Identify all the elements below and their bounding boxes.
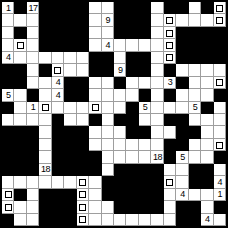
grid-cell-r3c13[interactable] [164,39,176,51]
grid-cell-r16c5[interactable] [64,201,76,213]
grid-cell-r7c6[interactable] [77,89,89,101]
grid-cell-r2c14[interactable] [176,27,188,39]
grid-cell-r4c12[interactable] [151,52,163,64]
grid-cell-r2c15[interactable] [189,27,201,39]
grid-cell-r1c0[interactable] [2,14,14,26]
grid-cell-r16c15[interactable] [189,201,201,213]
grid-cell-r2c10[interactable] [126,27,138,39]
grid-cell-r6c12[interactable] [151,77,163,89]
grid-cell-r5c14[interactable] [176,64,188,76]
grid-cell-r3c11[interactable] [139,39,151,51]
grid-cell-r13c12[interactable] [151,164,163,176]
grid-cell-r17c16[interactable]: 4 [201,214,213,226]
grid-cell-r13c6[interactable] [77,164,89,176]
grid-cell-r4c9[interactable] [114,52,126,64]
grid-cell-r8c8[interactable] [102,102,114,114]
grid-cell-r3c7[interactable] [89,39,101,51]
grid-cell-r12c13[interactable] [164,151,176,163]
grid-cell-r10c11[interactable] [139,126,151,138]
grid-cell-r16c14[interactable] [176,201,188,213]
grid-cell-r6c1[interactable] [14,77,26,89]
grid-cell-r1c12[interactable] [151,14,163,26]
grid-cell-r3c8[interactable]: 4 [102,39,114,51]
grid-cell-r17c10[interactable] [126,214,138,226]
grid-cell-r6c10[interactable] [126,77,138,89]
grid-cell-r17c1[interactable] [14,214,26,226]
grid-cell-r10c4[interactable] [52,126,64,138]
grid-cell-r12c8[interactable] [102,151,114,163]
grid-cell-r5c12[interactable] [151,64,163,76]
grid-cell-r0c1[interactable] [14,2,26,14]
grid-cell-r7c0[interactable]: 5 [2,89,14,101]
grid-cell-r4c11[interactable] [139,52,151,64]
grid-cell-r0c11[interactable] [139,2,151,14]
grid-cell-r13c9[interactable] [114,164,126,176]
grid-cell-r5c17[interactable] [214,64,226,76]
grid-cell-r5c9[interactable]: 9 [114,64,126,76]
grid-cell-r14c4[interactable] [52,176,64,188]
grid-cell-r7c1[interactable] [14,89,26,101]
grid-cell-r6c8[interactable] [102,77,114,89]
grid-cell-r11c8[interactable] [102,139,114,151]
grid-cell-r11c10[interactable] [126,139,138,151]
grid-cell-r11c5[interactable] [64,139,76,151]
grid-cell-r0c0[interactable]: 1 [2,2,14,14]
grid-cell-r12c7[interactable] [89,151,101,163]
grid-cell-r9c14[interactable] [176,114,188,126]
grid-cell-r9c1[interactable] [14,114,26,126]
grid-cell-r7c8[interactable] [102,89,114,101]
grid-cell-r0c15[interactable] [189,2,201,14]
grid-cell-r1c16[interactable] [201,14,213,26]
grid-cell-r16c2[interactable] [27,201,39,213]
grid-cell-r8c7[interactable] [89,102,101,114]
grid-cell-r4c13[interactable] [164,52,176,64]
grid-cell-r3c9[interactable] [114,39,126,51]
grid-cell-r16c8[interactable] [102,201,114,213]
grid-cell-r9c13[interactable] [164,114,176,126]
grid-cell-r10c17[interactable] [214,126,226,138]
grid-cell-r4c17[interactable] [214,52,226,64]
grid-cell-r5c7[interactable] [89,64,101,76]
grid-cell-r14c10[interactable] [126,176,138,188]
grid-cell-r17c17[interactable] [214,214,226,226]
grid-cell-r14c3[interactable] [39,176,51,188]
grid-cell-r12c9[interactable] [114,151,126,163]
grid-cell-r2c7[interactable] [89,27,101,39]
grid-cell-r14c2[interactable] [27,176,39,188]
grid-cell-r4c3[interactable] [39,52,51,64]
grid-cell-r3c1[interactable] [14,39,26,51]
grid-cell-r5c1[interactable] [14,64,26,76]
grid-cell-r7c2[interactable] [27,89,39,101]
grid-cell-r10c7[interactable] [89,126,101,138]
grid-cell-r0c16[interactable] [201,2,213,14]
grid-cell-r9c8[interactable] [102,114,114,126]
grid-cell-r12c15[interactable] [189,151,201,163]
grid-cell-r8c15[interactable]: 5 [189,102,201,114]
grid-cell-r15c8[interactable] [102,189,114,201]
grid-cell-r1c2[interactable] [27,14,39,26]
grid-cell-r0c14[interactable] [176,2,188,14]
grid-cell-r17c13[interactable] [164,214,176,226]
grid-cell-r17c6[interactable] [77,214,89,226]
grid-cell-r2c12[interactable] [151,27,163,39]
grid-cell-r5c16[interactable] [201,64,213,76]
grid-cell-r11c13[interactable] [164,139,176,151]
grid-cell-r12c17[interactable] [214,151,226,163]
grid-cell-r4c16[interactable] [201,52,213,64]
grid-cell-r4c14[interactable] [176,52,188,64]
grid-cell-r15c7[interactable] [89,189,101,201]
grid-cell-r14c17[interactable]: 4 [214,176,226,188]
grid-cell-r10c12[interactable] [151,126,163,138]
grid-cell-r10c2[interactable] [27,126,39,138]
grid-cell-r14c0[interactable] [2,176,14,188]
grid-cell-r0c9[interactable] [114,2,126,14]
grid-cell-r9c3[interactable] [39,114,51,126]
grid-cell-r16c7[interactable] [89,201,101,213]
grid-cell-r11c3[interactable] [39,139,51,151]
grid-cell-r16c11[interactable] [139,201,151,213]
grid-cell-r8c10[interactable] [126,102,138,114]
grid-cell-r2c13[interactable] [164,27,176,39]
grid-cell-r16c4[interactable] [52,201,64,213]
grid-cell-r3c0[interactable] [2,39,14,51]
grid-cell-r5c11[interactable] [139,64,151,76]
grid-cell-r6c14[interactable] [176,77,188,89]
grid-cell-r15c10[interactable] [126,189,138,201]
grid-cell-r14c9[interactable] [114,176,126,188]
grid-cell-r17c12[interactable] [151,214,163,226]
grid-cell-r4c5[interactable] [64,52,76,64]
grid-cell-r7c12[interactable] [151,89,163,101]
grid-cell-r11c1[interactable] [14,139,26,151]
grid-cell-r6c16[interactable] [201,77,213,89]
grid-cell-r17c8[interactable] [102,214,114,226]
grid-cell-r5c2[interactable] [27,64,39,76]
grid-cell-r7c4[interactable]: 4 [52,89,64,101]
grid-cell-r8c9[interactable] [114,102,126,114]
grid-cell-r0c10[interactable] [126,2,138,14]
grid-cell-r8c17[interactable] [214,102,226,114]
grid-cell-r15c4[interactable] [52,189,64,201]
grid-cell-r12c10[interactable] [126,151,138,163]
grid-cell-r7c9[interactable] [114,89,126,101]
grid-cell-r11c12[interactable] [151,139,163,151]
grid-cell-r12c14[interactable]: 5 [176,151,188,163]
grid-cell-r14c5[interactable] [64,176,76,188]
grid-cell-r1c5[interactable] [64,14,76,26]
grid-cell-r7c7[interactable] [89,89,101,101]
grid-cell-r10c0[interactable] [2,126,14,138]
grid-cell-r11c11[interactable] [139,139,151,151]
grid-cell-r3c10[interactable] [126,39,138,51]
grid-cell-r2c4[interactable] [52,27,64,39]
grid-cell-r9c17[interactable] [214,114,226,126]
grid-cell-r3c2[interactable] [27,39,39,51]
grid-cell-r5c4[interactable] [52,64,64,76]
grid-cell-r8c0[interactable] [2,102,14,114]
grid-cell-r17c14[interactable] [176,214,188,226]
grid-cell-r11c2[interactable] [27,139,39,151]
grid-cell-r17c15[interactable] [189,214,201,226]
grid-cell-r12c1[interactable] [14,151,26,163]
grid-cell-r17c4[interactable] [52,214,64,226]
grid-cell-r2c3[interactable] [39,27,51,39]
grid-cell-r5c6[interactable] [77,64,89,76]
grid-cell-r16c3[interactable] [39,201,51,213]
grid-cell-r7c17[interactable] [214,89,226,101]
grid-cell-r6c17[interactable] [214,77,226,89]
grid-cell-r12c3[interactable] [39,151,51,163]
grid-cell-r4c4[interactable] [52,52,64,64]
grid-cell-r14c12[interactable] [151,176,163,188]
grid-cell-r2c17[interactable] [214,27,226,39]
grid-cell-r14c13[interactable] [164,176,176,188]
grid-cell-r1c3[interactable] [39,14,51,26]
grid-cell-r3c3[interactable] [39,39,51,51]
grid-cell-r0c3[interactable] [39,2,51,14]
grid-cell-r13c10[interactable] [126,164,138,176]
grid-cell-r15c13[interactable] [164,189,176,201]
grid-cell-r1c15[interactable] [189,14,201,26]
grid-cell-r10c8[interactable] [102,126,114,138]
grid-cell-r17c11[interactable] [139,214,151,226]
grid-cell-r1c11[interactable] [139,14,151,26]
grid-cell-r16c12[interactable] [151,201,163,213]
grid-cell-r4c7[interactable] [89,52,101,64]
grid-cell-r8c5[interactable] [64,102,76,114]
grid-cell-r4c15[interactable] [189,52,201,64]
grid-cell-r6c4[interactable]: 4 [52,77,64,89]
grid-cell-r8c3[interactable] [39,102,51,114]
grid-cell-r7c15[interactable] [189,89,201,101]
grid-cell-r6c0[interactable] [2,77,14,89]
grid-cell-r15c9[interactable] [114,189,126,201]
grid-cell-r6c7[interactable] [89,77,101,89]
grid-cell-r17c0[interactable] [2,214,14,226]
grid-cell-r1c7[interactable] [89,14,101,26]
grid-cell-r13c15[interactable] [189,164,201,176]
grid-cell-r6c11[interactable] [139,77,151,89]
grid-cell-r14c6[interactable] [77,176,89,188]
grid-cell-r9c6[interactable] [77,114,89,126]
grid-cell-r3c5[interactable] [64,39,76,51]
grid-cell-r13c14[interactable] [176,164,188,176]
grid-cell-r15c6[interactable] [77,189,89,201]
grid-cell-r1c6[interactable] [77,14,89,26]
grid-cell-r11c9[interactable] [114,139,126,151]
grid-cell-r12c4[interactable] [52,151,64,163]
grid-cell-r17c9[interactable] [114,214,126,226]
grid-cell-r15c14[interactable]: 4 [176,189,188,201]
grid-cell-r8c2[interactable]: 1 [27,102,39,114]
grid-cell-r5c10[interactable] [126,64,138,76]
grid-cell-r0c5[interactable] [64,2,76,14]
grid-cell-r12c12[interactable]: 18 [151,151,163,163]
grid-cell-r11c6[interactable] [77,139,89,151]
grid-cell-r7c16[interactable] [201,89,213,101]
grid-cell-r3c16[interactable] [201,39,213,51]
grid-cell-r14c16[interactable] [201,176,213,188]
grid-cell-r10c10[interactable] [126,126,138,138]
grid-cell-r7c5[interactable] [64,89,76,101]
grid-cell-r10c3[interactable] [39,126,51,138]
grid-cell-r11c0[interactable] [2,139,14,151]
grid-cell-r0c7[interactable] [89,2,101,14]
grid-cell-r10c5[interactable] [64,126,76,138]
grid-cell-r16c0[interactable] [2,201,14,213]
grid-cell-r1c14[interactable] [176,14,188,26]
grid-cell-r7c14[interactable] [176,89,188,101]
grid-cell-r7c11[interactable] [139,89,151,101]
grid-cell-r12c16[interactable] [201,151,213,163]
grid-cell-r3c4[interactable] [52,39,64,51]
grid-cell-r2c9[interactable] [114,27,126,39]
grid-cell-r5c13[interactable] [164,64,176,76]
grid-cell-r15c2[interactable] [27,189,39,201]
grid-cell-r5c3[interactable] [39,64,51,76]
grid-cell-r15c5[interactable] [64,189,76,201]
grid-cell-r0c17[interactable] [214,2,226,14]
grid-cell-r7c3[interactable] [39,89,51,101]
grid-cell-r5c8[interactable] [102,64,114,76]
grid-cell-r15c0[interactable] [2,189,14,201]
grid-cell-r0c8[interactable] [102,2,114,14]
grid-cell-r3c6[interactable] [77,39,89,51]
grid-cell-r3c15[interactable] [189,39,201,51]
grid-cell-r12c11[interactable] [139,151,151,163]
grid-cell-r0c6[interactable] [77,2,89,14]
grid-cell-r12c0[interactable] [2,151,14,163]
grid-cell-r9c10[interactable] [126,114,138,126]
grid-cell-r1c4[interactable] [52,14,64,26]
grid-cell-r2c11[interactable] [139,27,151,39]
grid-cell-r0c12[interactable] [151,2,163,14]
grid-cell-r2c5[interactable] [64,27,76,39]
grid-cell-r8c1[interactable] [14,102,26,114]
grid-cell-r10c16[interactable] [201,126,213,138]
grid-cell-r11c16[interactable] [201,139,213,151]
grid-cell-r15c16[interactable] [201,189,213,201]
grid-cell-r13c0[interactable] [2,164,14,176]
grid-cell-r8c14[interactable] [176,102,188,114]
grid-cell-r2c2[interactable] [27,27,39,39]
grid-cell-r15c11[interactable] [139,189,151,201]
grid-cell-r14c15[interactable] [189,176,201,188]
grid-cell-r1c17[interactable] [214,14,226,26]
grid-cell-r10c15[interactable] [189,126,201,138]
grid-cell-r13c7[interactable] [89,164,101,176]
grid-cell-r11c14[interactable] [176,139,188,151]
grid-cell-r7c10[interactable] [126,89,138,101]
grid-cell-r13c5[interactable] [64,164,76,176]
grid-cell-r13c16[interactable] [201,164,213,176]
grid-cell-r17c7[interactable] [89,214,101,226]
grid-cell-r9c11[interactable] [139,114,151,126]
grid-cell-r10c1[interactable] [14,126,26,138]
grid-cell-r1c1[interactable] [14,14,26,26]
grid-cell-r1c8[interactable]: 9 [102,14,114,26]
grid-cell-r6c2[interactable] [27,77,39,89]
grid-cell-r14c1[interactable] [14,176,26,188]
grid-cell-r16c13[interactable] [164,201,176,213]
grid-cell-r14c8[interactable] [102,176,114,188]
grid-cell-r13c11[interactable] [139,164,151,176]
grid-cell-r0c2[interactable]: 17 [27,2,39,14]
grid-cell-r5c5[interactable] [64,64,76,76]
grid-cell-r5c0[interactable] [2,64,14,76]
grid-cell-r12c6[interactable] [77,151,89,163]
grid-cell-r1c10[interactable] [126,14,138,26]
grid-cell-r16c16[interactable] [201,201,213,213]
grid-cell-r0c13[interactable] [164,2,176,14]
grid-cell-r9c0[interactable] [2,114,14,126]
grid-cell-r16c6[interactable] [77,201,89,213]
grid-cell-r15c12[interactable] [151,189,163,201]
grid-cell-r7c13[interactable] [164,89,176,101]
grid-cell-r6c15[interactable] [189,77,201,89]
grid-cell-r17c2[interactable] [27,214,39,226]
grid-cell-r15c17[interactable]: 1 [214,189,226,201]
grid-cell-r3c12[interactable] [151,39,163,51]
grid-cell-r2c6[interactable] [77,27,89,39]
grid-cell-r10c6[interactable] [77,126,89,138]
grid-cell-r0c4[interactable] [52,2,64,14]
grid-cell-r8c12[interactable] [151,102,163,114]
grid-cell-r9c4[interactable] [52,114,64,126]
grid-cell-r9c2[interactable] [27,114,39,126]
grid-cell-r14c14[interactable] [176,176,188,188]
grid-cell-r2c8[interactable] [102,27,114,39]
grid-cell-r12c5[interactable] [64,151,76,163]
grid-cell-r4c10[interactable] [126,52,138,64]
grid-cell-r10c9[interactable] [114,126,126,138]
grid-cell-r6c9[interactable] [114,77,126,89]
grid-cell-r17c5[interactable] [64,214,76,226]
grid-cell-r15c15[interactable] [189,189,201,201]
grid-cell-r16c10[interactable] [126,201,138,213]
grid-cell-r13c3[interactable]: 18 [39,164,51,176]
grid-cell-r8c4[interactable] [52,102,64,114]
grid-cell-r8c6[interactable] [77,102,89,114]
grid-cell-r6c3[interactable] [39,77,51,89]
grid-cell-r4c0[interactable]: 4 [2,52,14,64]
grid-cell-r3c14[interactable] [176,39,188,51]
grid-cell-r15c3[interactable] [39,189,51,201]
grid-cell-r16c1[interactable] [14,201,26,213]
grid-cell-r2c1[interactable] [14,27,26,39]
grid-cell-r1c13[interactable] [164,14,176,26]
grid-cell-r10c13[interactable] [164,126,176,138]
grid-cell-r9c5[interactable] [64,114,76,126]
grid-cell-r9c12[interactable] [151,114,163,126]
grid-cell-r8c16[interactable] [201,102,213,114]
grid-cell-r9c16[interactable] [201,114,213,126]
grid-cell-r2c16[interactable] [201,27,213,39]
grid-cell-r4c2[interactable] [27,52,39,64]
grid-cell-r13c17[interactable] [214,164,226,176]
grid-cell-r3c17[interactable] [214,39,226,51]
grid-cell-r9c7[interactable] [89,114,101,126]
grid-cell-r6c6[interactable] [77,77,89,89]
grid-cell-r11c4[interactable] [52,139,64,151]
grid-cell-r13c1[interactable] [14,164,26,176]
grid-cell-r5c15[interactable] [189,64,201,76]
grid-cell-r17c3[interactable] [39,214,51,226]
grid-cell-r11c7[interactable] [89,139,101,151]
